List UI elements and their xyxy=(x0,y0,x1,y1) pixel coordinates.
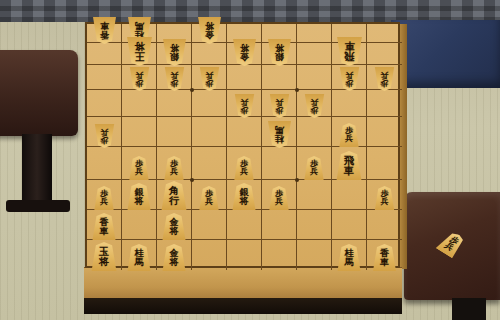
board-cell-3-5[interactable] xyxy=(297,117,332,147)
sente-stand-leg xyxy=(452,298,486,320)
shogi-piece-飛車-sente[interactable]: 飛車 xyxy=(336,151,363,180)
board-cell-8-8[interactable] xyxy=(122,210,157,240)
board-cell-1-6[interactable] xyxy=(367,147,402,180)
piece-kanji: 兵 xyxy=(100,198,108,206)
shogi-piece-歩兵-gote[interactable]: 歩兵 xyxy=(164,67,185,91)
board-cell-3-6[interactable]: 歩兵 xyxy=(297,147,332,180)
piece-kanji: 将 xyxy=(240,44,249,53)
board-cell-6-3[interactable]: 歩兵 xyxy=(192,65,227,90)
shogi-piece-歩兵-gote[interactable]: 歩兵 xyxy=(94,124,115,148)
board-cell-8-3[interactable]: 歩兵 xyxy=(122,65,157,90)
board-cell-2-9[interactable]: 桂馬 xyxy=(332,240,367,270)
board-cell-1-2[interactable] xyxy=(367,43,402,65)
board-cell-2-5[interactable]: 歩兵 xyxy=(332,117,367,147)
board-cell-6-8[interactable] xyxy=(192,210,227,240)
board-cell-7-5[interactable] xyxy=(157,117,192,147)
board-cell-6-7[interactable]: 歩兵 xyxy=(192,180,227,210)
board-cell-3-7[interactable] xyxy=(297,180,332,210)
shogi-piece-銀将-sente[interactable]: 銀将 xyxy=(127,183,152,210)
piece-kanji: 馬 xyxy=(135,22,144,31)
piece-kanji: 将 xyxy=(99,257,109,267)
board-cell-9-9[interactable]: 玉将 xyxy=(87,240,122,270)
board-cell-8-2[interactable]: 王将 xyxy=(122,43,157,65)
piece-kanji: 兵 xyxy=(240,168,248,176)
piece-kanji: 歩 xyxy=(205,79,213,87)
shogi-piece-飛車-gote[interactable]: 飛車 xyxy=(336,37,363,66)
board-cell-2-7[interactable] xyxy=(332,180,367,210)
shogi-board: 香車桂馬金将王将銀将金将銀将飛車歩兵歩兵歩兵歩兵歩兵歩兵歩兵歩兵歩兵桂馬歩兵歩兵… xyxy=(85,22,400,268)
board-cell-6-9[interactable] xyxy=(192,240,227,270)
piece-kanji: 歩 xyxy=(345,79,353,87)
board-cell-4-6[interactable] xyxy=(262,147,297,180)
board-cell-6-1[interactable]: 金将 xyxy=(192,24,227,43)
board-cell-6-6[interactable] xyxy=(192,147,227,180)
piece-kanji: 車 xyxy=(344,42,354,52)
piece-kanji: 馬 xyxy=(345,258,354,267)
board-cell-9-3[interactable] xyxy=(87,65,122,90)
board-cell-7-8[interactable]: 金将 xyxy=(157,210,192,240)
piece-kanji: 飛 xyxy=(344,52,354,62)
shogi-piece-歩兵-gote[interactable]: 歩兵 xyxy=(129,67,150,91)
board-cell-1-9[interactable]: 香車 xyxy=(367,240,402,270)
board-cell-4-7[interactable]: 歩兵 xyxy=(262,180,297,210)
board-cell-9-1[interactable]: 香車 xyxy=(87,24,122,43)
board-cell-9-6[interactable] xyxy=(87,147,122,180)
shogi-piece-金将-sente[interactable]: 金将 xyxy=(162,213,187,240)
board-cell-7-3[interactable]: 歩兵 xyxy=(157,65,192,90)
board-cell-5-6[interactable]: 歩兵 xyxy=(227,147,262,180)
board-cell-9-4[interactable] xyxy=(87,90,122,117)
shogi-piece-金将-gote[interactable]: 金将 xyxy=(232,39,257,66)
board-cell-3-4[interactable]: 歩兵 xyxy=(297,90,332,117)
board-cell-9-2[interactable] xyxy=(87,43,122,65)
piece-kanji: 銀 xyxy=(170,53,179,62)
board-cell-1-3[interactable]: 歩兵 xyxy=(367,65,402,90)
piece-kanji: 香 xyxy=(100,31,109,40)
board-cell-5-3[interactable] xyxy=(227,65,262,90)
piece-kanji: 将 xyxy=(275,44,284,53)
shogi-piece-香車-sente[interactable]: 香車 xyxy=(372,244,397,271)
board-cell-7-7[interactable]: 角行 xyxy=(157,180,192,210)
shogi-piece-歩兵-sente[interactable]: 歩兵 xyxy=(234,156,255,180)
piece-kanji: 将 xyxy=(134,42,144,52)
patterned-cloth xyxy=(0,0,500,22)
piece-kanji: 兵 xyxy=(100,128,108,136)
shogi-piece-歩兵-gote[interactable]: 歩兵 xyxy=(304,94,325,118)
board-cell-1-1[interactable] xyxy=(367,24,402,43)
piece-kanji: 車 xyxy=(100,227,109,236)
shogi-piece-歩兵-sente[interactable]: 歩兵 xyxy=(339,123,360,147)
piece-kanji: 将 xyxy=(170,227,179,236)
piece-kanji: 将 xyxy=(170,258,179,267)
board-cell-4-8[interactable] xyxy=(262,210,297,240)
piece-kanji: 兵 xyxy=(310,98,318,106)
board-cell-7-2[interactable]: 銀将 xyxy=(157,43,192,65)
board-cell-2-2[interactable]: 飛車 xyxy=(332,43,367,65)
piece-kanji: 金 xyxy=(205,31,214,40)
board-star-point xyxy=(295,88,299,92)
shogi-piece-桂馬-gote[interactable]: 桂馬 xyxy=(267,121,292,148)
piece-kanji: 兵 xyxy=(205,198,213,206)
shogi-piece-角行-sente[interactable]: 角行 xyxy=(161,181,188,210)
piece-kanji: 兵 xyxy=(275,198,283,206)
piece-kanji: 兵 xyxy=(381,71,389,79)
piece-kanji: 車 xyxy=(100,22,109,31)
piece-kanji: 歩 xyxy=(275,106,283,114)
gote-stand-base xyxy=(6,200,70,212)
piece-kanji: 桂 xyxy=(275,135,284,144)
piece-kanji: 将 xyxy=(170,44,179,53)
piece-kanji: 歩 xyxy=(135,79,143,87)
piece-kanji: 車 xyxy=(380,258,389,267)
piece-kanji: 馬 xyxy=(135,258,144,267)
piece-kanji: 歩 xyxy=(170,79,178,87)
shogi-piece-銀将-sente[interactable]: 銀将 xyxy=(232,183,257,210)
shogi-piece-歩兵-gote[interactable]: 歩兵 xyxy=(339,67,360,91)
shogi-piece-銀将-gote[interactable]: 銀将 xyxy=(162,39,187,66)
board-cell-8-5[interactable] xyxy=(122,117,157,147)
shogi-piece-歩兵-sente[interactable]: 歩兵 xyxy=(164,156,185,180)
shogi-piece-香車-gote[interactable]: 香車 xyxy=(92,17,117,44)
board-cell-3-2[interactable] xyxy=(297,43,332,65)
board-cell-4-2[interactable]: 銀将 xyxy=(262,43,297,65)
board-star-point xyxy=(190,178,194,182)
board-cell-9-8[interactable]: 香車 xyxy=(87,210,122,240)
piece-kanji: 兵 xyxy=(443,242,455,252)
shogi-piece-香車-sente[interactable]: 香車 xyxy=(92,213,117,240)
piece-kanji: 玉 xyxy=(99,247,109,257)
shogi-piece-桂馬-sente[interactable]: 桂馬 xyxy=(127,244,152,271)
board-cell-7-4[interactable] xyxy=(157,90,192,117)
board-cell-5-8[interactable] xyxy=(227,210,262,240)
board-cell-1-4[interactable] xyxy=(367,90,402,117)
piece-kanji: 兵 xyxy=(310,168,318,176)
piece-kanji: 行 xyxy=(169,196,179,206)
board-cell-2-6[interactable]: 飛車 xyxy=(332,147,367,180)
piece-kanji: 金 xyxy=(240,53,249,62)
shogi-piece-歩兵-sente[interactable]: 歩兵 xyxy=(304,156,325,180)
board-cell-2-4[interactable] xyxy=(332,90,367,117)
shogi-piece-歩兵-sente[interactable]: 歩兵 xyxy=(374,186,395,210)
shogi-piece-銀将-gote[interactable]: 銀将 xyxy=(267,39,292,66)
board-cell-4-3[interactable] xyxy=(262,65,297,90)
board-cell-2-3[interactable]: 歩兵 xyxy=(332,65,367,90)
piece-kanji: 兵 xyxy=(345,71,353,79)
board-cell-4-5[interactable]: 桂馬 xyxy=(262,117,297,147)
board-cell-5-9[interactable] xyxy=(227,240,262,270)
piece-kanji: 銀 xyxy=(275,53,284,62)
board-cell-3-3[interactable] xyxy=(297,65,332,90)
shogi-piece-歩兵-sente[interactable]: 歩兵 xyxy=(269,186,290,210)
piece-kanji: 将 xyxy=(135,197,144,206)
board-star-point xyxy=(190,88,194,92)
board-cell-1-5[interactable] xyxy=(367,117,402,147)
shogi-piece-歩兵-gote[interactable]: 歩兵 xyxy=(234,94,255,118)
board-cell-8-7[interactable]: 銀将 xyxy=(122,180,157,210)
board-cell-5-5[interactable] xyxy=(227,117,262,147)
board-cell-1-8[interactable] xyxy=(367,210,402,240)
piece-kanji: 歩 xyxy=(240,106,248,114)
board-cell-7-6[interactable]: 歩兵 xyxy=(157,147,192,180)
board-cell-6-4[interactable] xyxy=(192,90,227,117)
piece-kanji: 兵 xyxy=(135,71,143,79)
piece-kanji: 歩 xyxy=(310,106,318,114)
board-cell-9-5[interactable]: 歩兵 xyxy=(87,117,122,147)
piece-kanji: 兵 xyxy=(345,135,353,143)
board-cell-4-4[interactable]: 歩兵 xyxy=(262,90,297,117)
piece-kanji: 兵 xyxy=(135,168,143,176)
board-cell-6-5[interactable] xyxy=(192,117,227,147)
board-cell-3-1[interactable] xyxy=(297,24,332,43)
board-cell-5-7[interactable]: 銀将 xyxy=(227,180,262,210)
board-cell-8-6[interactable]: 歩兵 xyxy=(122,147,157,180)
scene: 香車桂馬金将王将銀将金将銀将飛車歩兵歩兵歩兵歩兵歩兵歩兵歩兵歩兵歩兵桂馬歩兵歩兵… xyxy=(0,0,500,320)
piece-kanji: 歩 xyxy=(100,136,108,144)
piece-kanji: 車 xyxy=(344,166,354,176)
piece-kanji: 将 xyxy=(205,22,214,31)
piece-kanji: 馬 xyxy=(275,126,284,135)
shogi-piece-歩兵-gote[interactable]: 歩兵 xyxy=(199,67,220,91)
piece-kanji: 兵 xyxy=(381,198,389,206)
shogi-piece-歩兵-sente[interactable]: 歩兵 xyxy=(129,156,150,180)
shogi-piece-王将-gote[interactable]: 王将 xyxy=(126,37,153,66)
piece-kanji: 兵 xyxy=(170,168,178,176)
board-cell-8-4[interactable] xyxy=(122,90,157,117)
board-cell-5-2[interactable]: 金将 xyxy=(227,43,262,65)
gote-stand-leg xyxy=(22,134,52,204)
board-cell-9-7[interactable]: 歩兵 xyxy=(87,180,122,210)
piece-kanji: 角 xyxy=(169,186,179,196)
shogi-piece-金将-sente[interactable]: 金将 xyxy=(162,244,187,271)
board-shadow xyxy=(84,298,402,314)
board-cell-3-8[interactable] xyxy=(297,210,332,240)
shogi-piece-歩兵-gote[interactable]: 歩兵 xyxy=(374,67,395,91)
board-cell-6-2[interactable] xyxy=(192,43,227,65)
piece-kanji: 歩 xyxy=(381,79,389,87)
piece-kanji: 兵 xyxy=(170,71,178,79)
board-cell-2-8[interactable] xyxy=(332,210,367,240)
board-star-point xyxy=(295,178,299,182)
piece-kanji: 王 xyxy=(134,52,144,62)
board-cell-3-9[interactable] xyxy=(297,240,332,270)
board-cell-4-9[interactable] xyxy=(262,240,297,270)
board-front-face xyxy=(84,267,402,300)
board-cell-1-7[interactable]: 歩兵 xyxy=(367,180,402,210)
shogi-piece-玉将-sente[interactable]: 玉将 xyxy=(91,242,118,271)
shogi-piece-桂馬-sente[interactable]: 桂馬 xyxy=(337,244,362,271)
board-cell-5-4[interactable]: 歩兵 xyxy=(227,90,262,117)
gote-piece-stand xyxy=(0,50,78,136)
piece-kanji: 兵 xyxy=(205,71,213,79)
board-cell-7-9[interactable]: 金将 xyxy=(157,240,192,270)
piece-kanji: 兵 xyxy=(240,98,248,106)
piece-kanji: 兵 xyxy=(275,98,283,106)
piece-kanji: 飛 xyxy=(344,156,354,166)
piece-kanji: 将 xyxy=(240,197,249,206)
navy-cushion xyxy=(391,20,500,88)
shogi-piece-歩兵-gote[interactable]: 歩兵 xyxy=(269,94,290,118)
shogi-piece-金将-gote[interactable]: 金将 xyxy=(197,17,222,44)
board-cell-8-9[interactable]: 桂馬 xyxy=(122,240,157,270)
shogi-piece-歩兵-sente[interactable]: 歩兵 xyxy=(199,186,220,210)
shogi-piece-歩兵-sente[interactable]: 歩兵 xyxy=(94,186,115,210)
